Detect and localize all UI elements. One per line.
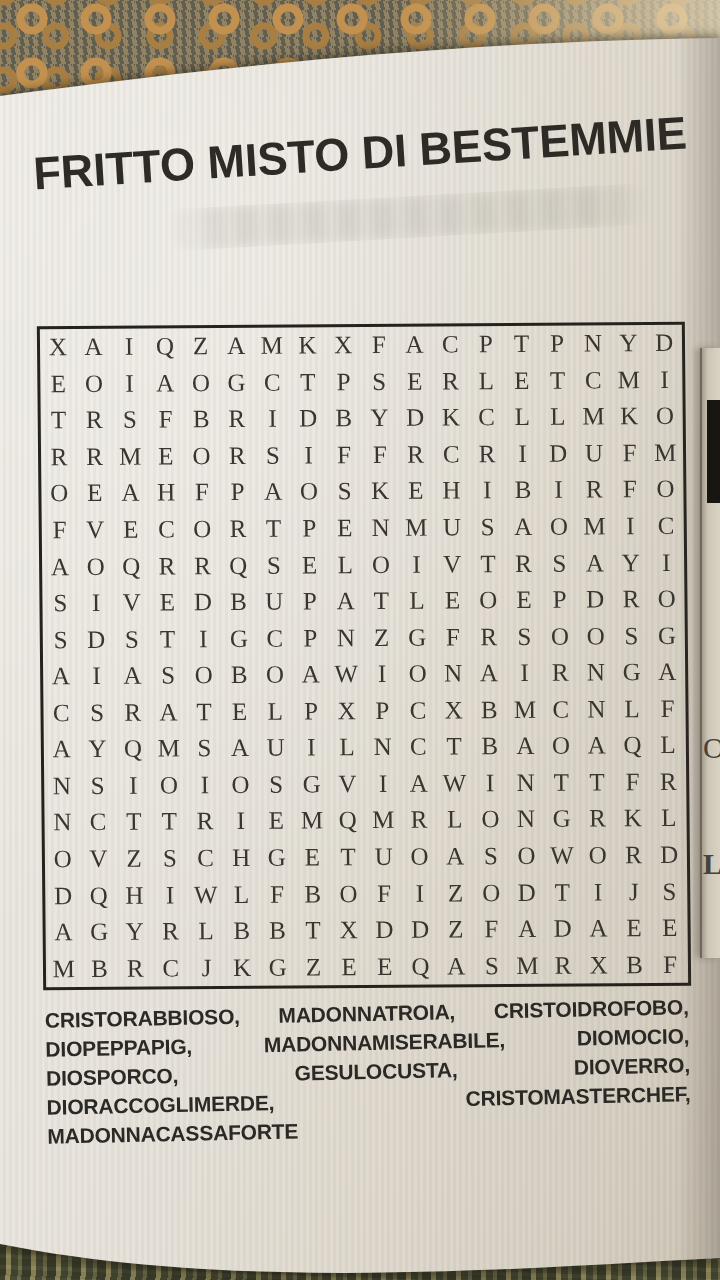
grid-cell[interactable]: N: [578, 691, 614, 728]
grid-cell[interactable]: R: [187, 803, 223, 840]
grid-cell[interactable]: V: [329, 766, 365, 803]
grid-cell[interactable]: X: [581, 947, 617, 984]
grid-cell[interactable]: G: [260, 949, 296, 986]
grid-cell[interactable]: J: [188, 949, 224, 986]
grid-cell[interactable]: X: [331, 912, 367, 949]
grid-cell[interactable]: I: [187, 767, 223, 804]
grid-cell[interactable]: A: [577, 545, 613, 582]
grid-cell[interactable]: O: [291, 473, 327, 510]
grid-cell[interactable]: U: [434, 509, 470, 546]
grid-cell[interactable]: E: [504, 362, 540, 399]
grid-cell[interactable]: B: [472, 728, 508, 765]
grid-cell[interactable]: R: [117, 950, 153, 987]
grid-cell[interactable]: O: [508, 838, 544, 875]
grid-cell[interactable]: H: [116, 877, 152, 914]
grid-cell[interactable]: P: [292, 620, 328, 657]
grid-cell[interactable]: A: [150, 694, 186, 731]
grid-cell[interactable]: N: [435, 655, 471, 692]
grid-cell[interactable]: O: [76, 365, 112, 402]
grid-cell[interactable]: A: [218, 328, 254, 365]
grid-cell[interactable]: C: [254, 364, 290, 401]
grid-cell[interactable]: L: [614, 691, 650, 728]
grid-cell[interactable]: I: [402, 875, 438, 912]
grid-cell[interactable]: V: [80, 841, 116, 878]
grid-cell[interactable]: N: [508, 764, 544, 801]
grid-cell[interactable]: O: [400, 656, 436, 693]
grid-cell[interactable]: A: [580, 910, 616, 947]
grid-cell[interactable]: A: [579, 727, 615, 764]
grid-cell[interactable]: T: [151, 803, 187, 840]
grid-cell[interactable]: P: [542, 581, 578, 618]
grid-cell[interactable]: M: [46, 950, 82, 987]
grid-cell[interactable]: E: [77, 475, 113, 512]
grid-cell[interactable]: N: [44, 804, 80, 841]
grid-cell[interactable]: O: [363, 546, 399, 583]
grid-cell[interactable]: S: [152, 840, 188, 877]
grid-cell[interactable]: I: [399, 546, 435, 583]
grid-cell[interactable]: R: [219, 401, 255, 438]
grid-cell[interactable]: W: [328, 656, 364, 693]
grid-cell[interactable]: E: [652, 910, 688, 947]
grid-cell[interactable]: B: [224, 913, 260, 950]
grid-cell[interactable]: G: [614, 654, 650, 691]
grid-cell[interactable]: R: [579, 800, 615, 837]
grid-cell[interactable]: E: [222, 693, 258, 730]
grid-cell[interactable]: S: [474, 947, 510, 984]
grid-cell[interactable]: Z: [438, 911, 474, 948]
grid-cell[interactable]: A: [649, 654, 685, 691]
grid-cell[interactable]: M: [254, 328, 290, 365]
grid-cell[interactable]: H: [223, 840, 259, 877]
grid-cell[interactable]: A: [401, 765, 437, 802]
grid-cell[interactable]: F: [362, 436, 398, 473]
grid-cell[interactable]: F: [148, 401, 184, 438]
grid-cell[interactable]: P: [220, 474, 256, 511]
grid-cell[interactable]: M: [647, 434, 683, 471]
grid-cell[interactable]: C: [432, 326, 468, 363]
grid-cell[interactable]: O: [541, 508, 577, 545]
grid-cell[interactable]: D: [545, 910, 581, 947]
grid-cell[interactable]: M: [611, 362, 647, 399]
grid-cell[interactable]: G: [294, 766, 330, 803]
grid-cell[interactable]: B: [295, 876, 331, 913]
grid-cell[interactable]: C: [543, 691, 579, 728]
grid-cell[interactable]: E: [148, 438, 184, 475]
grid-cell[interactable]: E: [367, 948, 403, 985]
grid-cell[interactable]: F: [650, 690, 686, 727]
grid-cell[interactable]: M: [112, 438, 148, 475]
grid-cell[interactable]: M: [398, 509, 434, 546]
grid-cell[interactable]: Q: [147, 328, 183, 365]
grid-cell[interactable]: U: [258, 730, 294, 767]
grid-cell[interactable]: I: [255, 401, 291, 438]
grid-cell[interactable]: G: [221, 620, 257, 657]
grid-cell[interactable]: K: [433, 399, 469, 436]
grid-cell[interactable]: A: [505, 509, 541, 546]
grid-cell[interactable]: F: [612, 471, 648, 508]
grid-cell[interactable]: O: [542, 618, 578, 655]
grid-cell[interactable]: C: [257, 620, 293, 657]
grid-cell[interactable]: F: [42, 512, 78, 549]
grid-cell[interactable]: Z: [183, 328, 219, 365]
grid-cell[interactable]: L: [329, 729, 365, 766]
grid-cell[interactable]: A: [396, 327, 432, 364]
grid-cell[interactable]: G: [649, 617, 685, 654]
grid-cell[interactable]: C: [187, 840, 223, 877]
grid-cell[interactable]: T: [330, 839, 366, 876]
grid-cell[interactable]: D: [78, 621, 114, 658]
grid-cell[interactable]: S: [613, 617, 649, 654]
grid-cell[interactable]: A: [43, 658, 79, 695]
grid-cell[interactable]: G: [544, 801, 580, 838]
grid-cell[interactable]: I: [111, 329, 147, 366]
grid-cell[interactable]: Y: [79, 731, 115, 768]
grid-cell[interactable]: M: [294, 802, 330, 839]
grid-cell[interactable]: D: [651, 837, 687, 874]
grid-cell[interactable]: N: [575, 325, 611, 362]
grid-cell[interactable]: I: [152, 877, 188, 914]
grid-cell[interactable]: I: [580, 874, 616, 911]
grid-cell[interactable]: N: [508, 801, 544, 838]
grid-cell[interactable]: A: [507, 728, 543, 765]
grid-cell[interactable]: A: [328, 583, 364, 620]
grid-cell[interactable]: S: [79, 694, 115, 731]
grid-cell[interactable]: T: [290, 364, 326, 401]
grid-cell[interactable]: E: [397, 363, 433, 400]
grid-cell[interactable]: K: [289, 327, 325, 364]
grid-cell[interactable]: F: [361, 327, 397, 364]
grid-cell[interactable]: B: [471, 692, 507, 729]
grid-cell[interactable]: I: [612, 508, 648, 545]
grid-cell[interactable]: D: [509, 874, 545, 911]
grid-cell[interactable]: P: [364, 692, 400, 729]
grid-cell[interactable]: L: [188, 913, 224, 950]
grid-cell[interactable]: R: [542, 655, 578, 692]
grid-cell[interactable]: E: [113, 511, 149, 548]
grid-cell[interactable]: F: [473, 911, 509, 948]
grid-cell[interactable]: A: [255, 474, 291, 511]
grid-cell[interactable]: R: [401, 802, 437, 839]
grid-cell[interactable]: I: [223, 803, 259, 840]
grid-cell[interactable]: C: [648, 508, 684, 545]
grid-cell[interactable]: O: [649, 581, 685, 618]
grid-cell[interactable]: M: [365, 802, 401, 839]
grid-cell[interactable]: L: [650, 727, 686, 764]
grid-cell[interactable]: L: [223, 876, 259, 913]
grid-cell[interactable]: O: [183, 365, 219, 402]
grid-cell[interactable]: O: [578, 618, 614, 655]
grid-cell[interactable]: E: [149, 584, 185, 621]
grid-cell[interactable]: E: [506, 582, 542, 619]
grid-cell[interactable]: M: [507, 691, 543, 728]
grid-cell[interactable]: R: [613, 581, 649, 618]
grid-cell[interactable]: I: [293, 729, 329, 766]
grid-cell[interactable]: S: [114, 621, 150, 658]
grid-cell[interactable]: P: [292, 583, 328, 620]
grid-cell[interactable]: B: [221, 657, 257, 694]
grid-cell[interactable]: Q: [220, 547, 256, 584]
grid-cell[interactable]: A: [509, 911, 545, 948]
grid-cell[interactable]: O: [78, 548, 114, 585]
grid-cell[interactable]: F: [326, 437, 362, 474]
grid-cell[interactable]: B: [616, 946, 652, 983]
grid-cell[interactable]: F: [366, 875, 402, 912]
grid-cell[interactable]: I: [112, 365, 148, 402]
grid-cell[interactable]: K: [224, 949, 260, 986]
grid-cell[interactable]: N: [328, 619, 364, 656]
grid-cell[interactable]: I: [469, 472, 505, 509]
grid-cell[interactable]: M: [576, 398, 612, 435]
grid-cell[interactable]: R: [615, 837, 651, 874]
grid-cell[interactable]: C: [469, 399, 505, 436]
grid-cell[interactable]: I: [78, 585, 114, 622]
grid-cell[interactable]: P: [326, 364, 362, 401]
grid-cell[interactable]: I: [507, 655, 543, 692]
grid-cell[interactable]: N: [578, 654, 614, 691]
grid-cell[interactable]: P: [293, 693, 329, 730]
grid-cell[interactable]: P: [291, 510, 327, 547]
grid-cell[interactable]: S: [186, 730, 222, 767]
grid-cell[interactable]: E: [327, 510, 363, 547]
grid-cell[interactable]: E: [292, 547, 328, 584]
grid-cell[interactable]: T: [543, 764, 579, 801]
grid-cell[interactable]: S: [43, 621, 79, 658]
grid-cell[interactable]: O: [470, 582, 506, 619]
grid-cell[interactable]: X: [325, 327, 361, 364]
grid-cell[interactable]: I: [365, 765, 401, 802]
grid-cell[interactable]: O: [257, 656, 293, 693]
grid-cell[interactable]: L: [257, 693, 293, 730]
grid-cell[interactable]: T: [363, 583, 399, 620]
grid-cell[interactable]: O: [473, 874, 509, 911]
grid-cell[interactable]: S: [470, 509, 506, 546]
grid-cell[interactable]: O: [184, 511, 220, 548]
grid-cell[interactable]: O: [186, 657, 222, 694]
grid-cell[interactable]: A: [438, 948, 474, 985]
grid-cell[interactable]: S: [361, 363, 397, 400]
grid-cell[interactable]: H: [434, 472, 470, 509]
grid-cell[interactable]: I: [364, 656, 400, 693]
grid-cell[interactable]: R: [506, 545, 542, 582]
grid-cell[interactable]: T: [540, 362, 576, 399]
grid-cell[interactable]: C: [400, 692, 436, 729]
grid-cell[interactable]: S: [256, 547, 292, 584]
grid-cell[interactable]: I: [472, 765, 508, 802]
grid-cell[interactable]: Y: [610, 325, 646, 362]
grid-cell[interactable]: E: [40, 366, 76, 403]
grid-cell[interactable]: J: [616, 873, 652, 910]
grid-cell[interactable]: S: [80, 767, 116, 804]
grid-cell[interactable]: F: [259, 876, 295, 913]
grid-cell[interactable]: X: [40, 329, 76, 366]
grid-cell[interactable]: D: [397, 400, 433, 437]
grid-cell[interactable]: I: [115, 767, 151, 804]
grid-cell[interactable]: E: [331, 948, 367, 985]
grid-cell[interactable]: O: [184, 438, 220, 475]
grid-cell[interactable]: Y: [362, 400, 398, 437]
grid-cell[interactable]: C: [433, 436, 469, 473]
grid-cell[interactable]: R: [576, 471, 612, 508]
grid-cell[interactable]: R: [41, 439, 77, 476]
grid-cell[interactable]: O: [45, 841, 81, 878]
grid-cell[interactable]: R: [545, 947, 581, 984]
grid-cell[interactable]: U: [256, 583, 292, 620]
grid-cell[interactable]: P: [539, 326, 575, 363]
grid-cell[interactable]: N: [363, 510, 399, 547]
grid-cell[interactable]: O: [580, 837, 616, 874]
grid-cell[interactable]: D: [45, 877, 81, 914]
grid-cell[interactable]: Y: [613, 544, 649, 581]
grid-cell[interactable]: M: [577, 508, 613, 545]
grid-cell[interactable]: C: [575, 362, 611, 399]
grid-cell[interactable]: S: [506, 618, 542, 655]
grid-cell[interactable]: B: [221, 584, 257, 621]
grid-cell[interactable]: Q: [330, 802, 366, 839]
grid-cell[interactable]: M: [509, 947, 545, 984]
grid-cell[interactable]: B: [259, 912, 295, 949]
grid-cell[interactable]: G: [219, 364, 255, 401]
grid-cell[interactable]: V: [434, 546, 470, 583]
grid-cell[interactable]: D: [366, 912, 402, 949]
grid-cell[interactable]: D: [577, 581, 613, 618]
grid-cell[interactable]: R: [149, 548, 185, 585]
grid-cell[interactable]: A: [222, 730, 258, 767]
grid-cell[interactable]: C: [400, 729, 436, 766]
grid-cell[interactable]: O: [472, 801, 508, 838]
grid-cell[interactable]: R: [76, 402, 112, 439]
grid-cell[interactable]: R: [398, 436, 434, 473]
grid-cell[interactable]: W: [436, 765, 472, 802]
grid-cell[interactable]: S: [473, 838, 509, 875]
grid-cell[interactable]: F: [435, 619, 471, 656]
grid-cell[interactable]: B: [81, 950, 117, 987]
grid-cell[interactable]: I: [291, 437, 327, 474]
grid-cell[interactable]: G: [399, 619, 435, 656]
grid-cell[interactable]: L: [540, 399, 576, 436]
grid-cell[interactable]: P: [468, 326, 504, 363]
grid-cell[interactable]: L: [504, 399, 540, 436]
grid-cell[interactable]: L: [399, 582, 435, 619]
grid-cell[interactable]: A: [45, 914, 81, 951]
grid-cell[interactable]: T: [186, 694, 222, 731]
grid-cell[interactable]: R: [469, 436, 505, 473]
grid-cell[interactable]: F: [615, 764, 651, 801]
grid-cell[interactable]: W: [188, 876, 224, 913]
grid-cell[interactable]: H: [148, 474, 184, 511]
grid-cell[interactable]: E: [294, 839, 330, 876]
grid-cell[interactable]: Z: [364, 619, 400, 656]
grid-cell[interactable]: Q: [81, 877, 117, 914]
grid-cell[interactable]: A: [114, 657, 150, 694]
grid-cell[interactable]: S: [150, 657, 186, 694]
grid-cell[interactable]: Q: [113, 548, 149, 585]
grid-cell[interactable]: C: [149, 511, 185, 548]
grid-cell[interactable]: D: [646, 325, 682, 362]
grid-cell[interactable]: R: [185, 547, 221, 584]
grid-cell[interactable]: Q: [402, 948, 438, 985]
grid-cell[interactable]: F: [184, 474, 220, 511]
grid-cell[interactable]: U: [576, 435, 612, 472]
grid-cell[interactable]: S: [112, 402, 148, 439]
grid-cell[interactable]: S: [255, 437, 291, 474]
grid-cell[interactable]: C: [153, 950, 189, 987]
grid-cell[interactable]: D: [290, 400, 326, 437]
grid-cell[interactable]: B: [505, 472, 541, 509]
grid-cell[interactable]: R: [219, 437, 255, 474]
grid-cell[interactable]: T: [150, 621, 186, 658]
grid-cell[interactable]: G: [81, 914, 117, 951]
grid-cell[interactable]: K: [615, 800, 651, 837]
grid-cell[interactable]: S: [651, 873, 687, 910]
grid-cell[interactable]: W: [544, 837, 580, 874]
grid-cell[interactable]: L: [468, 363, 504, 400]
grid-cell[interactable]: R: [77, 438, 113, 475]
grid-cell[interactable]: O: [222, 766, 258, 803]
grid-cell[interactable]: I: [79, 658, 115, 695]
grid-cell[interactable]: E: [435, 582, 471, 619]
grid-cell[interactable]: O: [647, 398, 683, 435]
grid-cell[interactable]: A: [471, 655, 507, 692]
grid-cell[interactable]: S: [258, 766, 294, 803]
grid-cell[interactable]: X: [329, 693, 365, 730]
grid-cell[interactable]: S: [541, 545, 577, 582]
grid-cell[interactable]: O: [543, 728, 579, 765]
grid-cell[interactable]: A: [44, 731, 80, 768]
grid-cell[interactable]: E: [258, 803, 294, 840]
grid-cell[interactable]: I: [505, 435, 541, 472]
grid-cell[interactable]: O: [648, 471, 684, 508]
grid-cell[interactable]: A: [293, 656, 329, 693]
grid-cell[interactable]: O: [151, 767, 187, 804]
grid-cell[interactable]: A: [437, 838, 473, 875]
grid-cell[interactable]: T: [579, 764, 615, 801]
grid-cell[interactable]: T: [256, 510, 292, 547]
grid-cell[interactable]: T: [295, 912, 331, 949]
grid-cell[interactable]: S: [327, 473, 363, 510]
grid-cell[interactable]: D: [540, 435, 576, 472]
grid-cell[interactable]: L: [437, 801, 473, 838]
grid-cell[interactable]: I: [185, 620, 221, 657]
grid-cell[interactable]: Z: [295, 949, 331, 986]
grid-cell[interactable]: R: [115, 694, 151, 731]
grid-cell[interactable]: T: [436, 728, 472, 765]
grid-cell[interactable]: N: [44, 768, 80, 805]
grid-cell[interactable]: M: [151, 730, 187, 767]
grid-cell[interactable]: X: [436, 692, 472, 729]
grid-cell[interactable]: V: [77, 512, 113, 549]
grid-cell[interactable]: I: [648, 544, 684, 581]
grid-cell[interactable]: E: [398, 473, 434, 510]
grid-cell[interactable]: D: [402, 911, 438, 948]
grid-cell[interactable]: R: [471, 618, 507, 655]
grid-cell[interactable]: R: [220, 511, 256, 548]
grid-cell[interactable]: A: [76, 329, 112, 366]
grid-cell[interactable]: A: [42, 548, 78, 585]
grid-cell[interactable]: K: [362, 473, 398, 510]
grid-cell[interactable]: D: [185, 584, 221, 621]
grid-cell[interactable]: T: [41, 402, 77, 439]
grid-cell[interactable]: A: [113, 475, 149, 512]
grid-cell[interactable]: N: [365, 729, 401, 766]
grid-cell[interactable]: Q: [614, 727, 650, 764]
grid-cell[interactable]: T: [503, 326, 539, 363]
grid-cell[interactable]: R: [152, 913, 188, 950]
grid-cell[interactable]: R: [650, 763, 686, 800]
grid-cell[interactable]: L: [327, 546, 363, 583]
grid-cell[interactable]: I: [541, 472, 577, 509]
grid-cell[interactable]: F: [652, 946, 688, 983]
grid-cell[interactable]: T: [544, 874, 580, 911]
